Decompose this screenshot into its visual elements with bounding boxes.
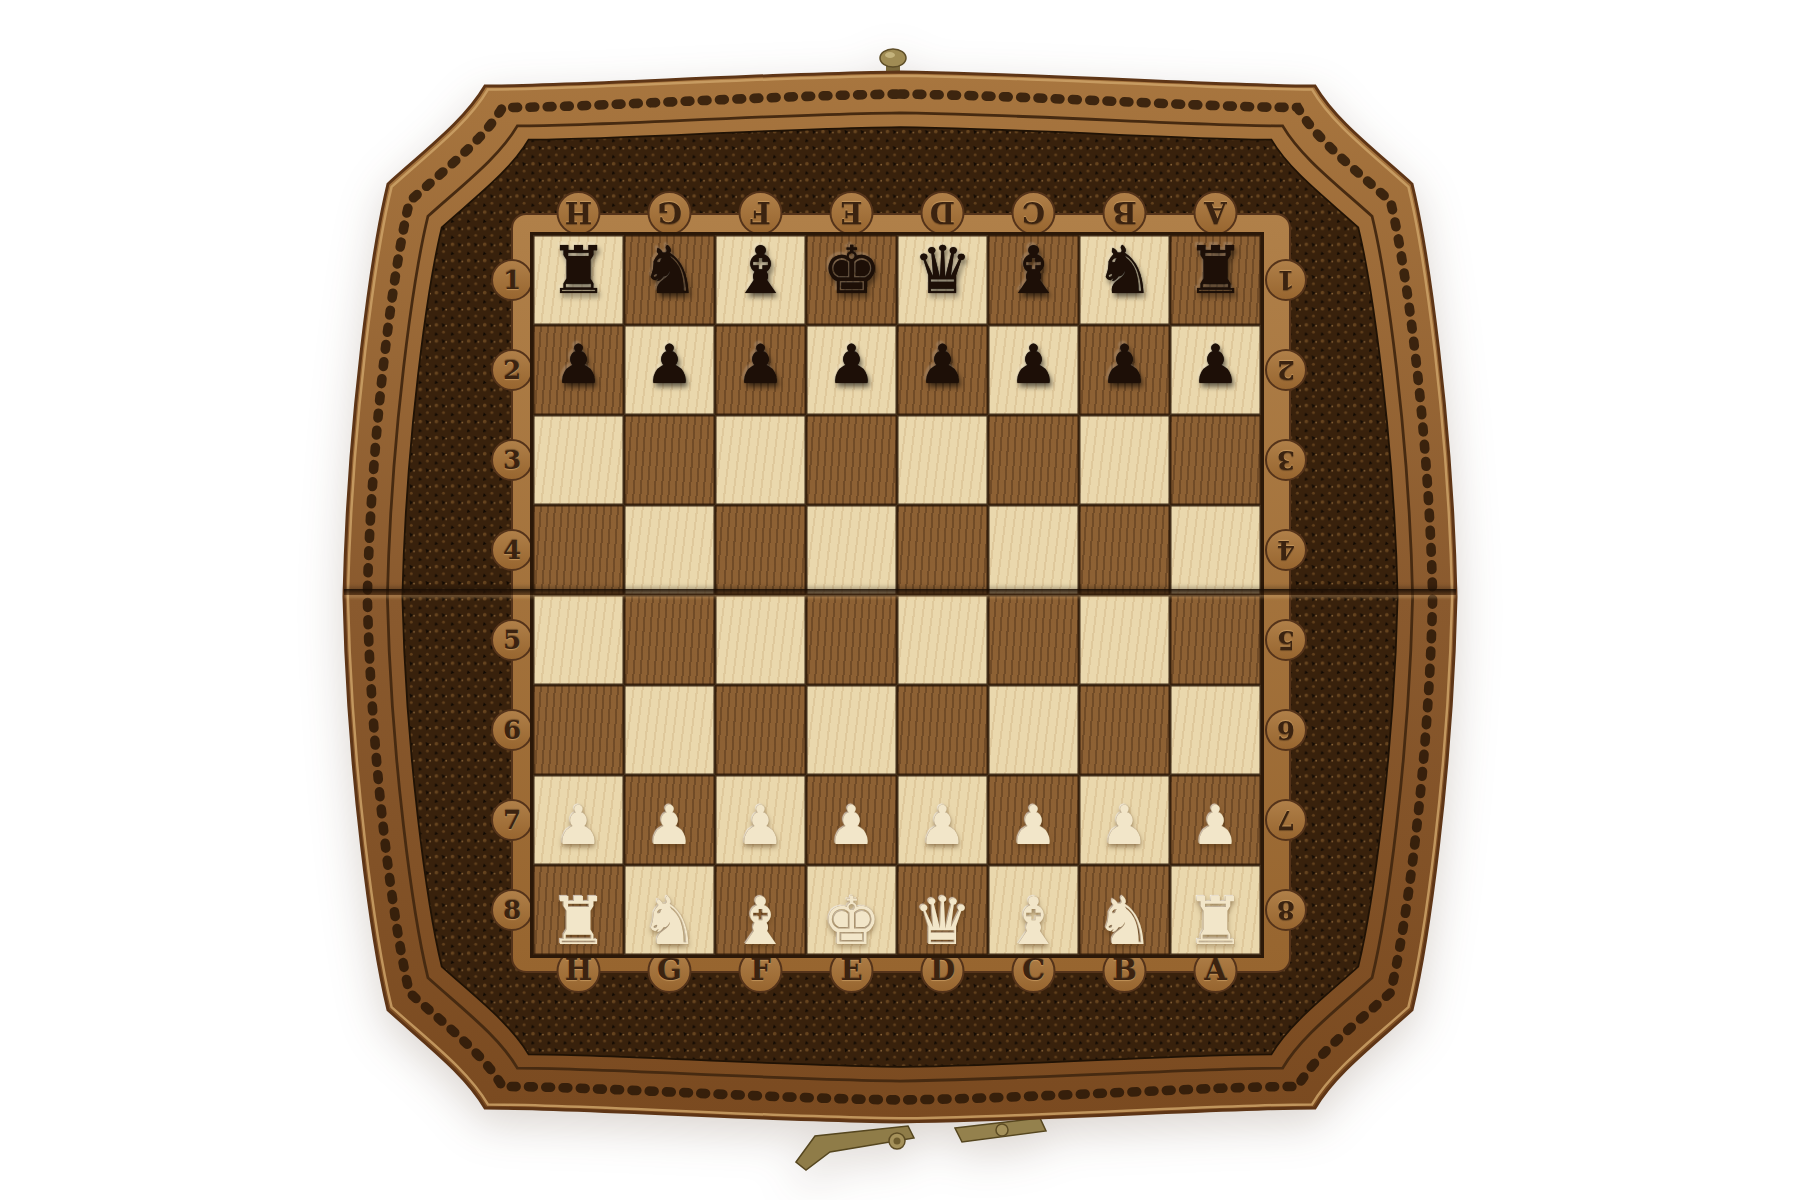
black-rook-a1[interactable]: ♜: [1186, 238, 1245, 304]
white-pawn-e7[interactable]: ♟: [827, 799, 875, 853]
square-e7[interactable]: ♟: [806, 775, 897, 865]
square-d2[interactable]: ♟: [897, 325, 988, 415]
square-h2[interactable]: ♟: [533, 325, 624, 415]
square-b1[interactable]: ♞: [1079, 235, 1170, 325]
white-pawn-c7[interactable]: ♟: [1009, 799, 1057, 853]
square-a6[interactable]: [1170, 685, 1261, 775]
square-b5[interactable]: [1079, 595, 1170, 685]
square-c8[interactable]: ♝: [988, 865, 1079, 955]
square-f8[interactable]: ♝: [715, 865, 806, 955]
square-h8[interactable]: ♜: [533, 865, 624, 955]
black-pawn-a2[interactable]: ♟: [1191, 338, 1239, 392]
square-g8[interactable]: ♞: [624, 865, 715, 955]
square-d4[interactable]: [897, 505, 988, 595]
label-notch: [492, 440, 532, 480]
label-notch: [1266, 710, 1306, 750]
white-rook-h8[interactable]: ♜: [549, 889, 608, 955]
square-a7[interactable]: ♟: [1170, 775, 1261, 865]
square-a2[interactable]: ♟: [1170, 325, 1261, 415]
square-e6[interactable]: [806, 685, 897, 775]
square-b3[interactable]: [1079, 415, 1170, 505]
label-notch: [1266, 440, 1306, 480]
square-b8[interactable]: ♞: [1079, 865, 1170, 955]
square-c6[interactable]: [988, 685, 1079, 775]
square-c4[interactable]: [988, 505, 1079, 595]
white-queen-d8[interactable]: ♛: [913, 889, 972, 955]
white-king-e8[interactable]: ♚: [822, 889, 881, 955]
square-h5[interactable]: [533, 595, 624, 685]
white-pawn-g7[interactable]: ♟: [645, 799, 693, 853]
square-h1[interactable]: ♜: [533, 235, 624, 325]
square-d6[interactable]: [897, 685, 988, 775]
label-notch: [492, 620, 532, 660]
label-notch: [1266, 890, 1306, 930]
square-e5[interactable]: [806, 595, 897, 685]
label-notch: [1266, 620, 1306, 660]
black-pawn-b2[interactable]: ♟: [1100, 338, 1148, 392]
square-g5[interactable]: [624, 595, 715, 685]
black-knight-b1[interactable]: ♞: [1095, 238, 1154, 304]
black-pawn-d2[interactable]: ♟: [918, 338, 966, 392]
square-e8[interactable]: ♚: [806, 865, 897, 955]
square-f5[interactable]: [715, 595, 806, 685]
label-notch: [492, 530, 532, 570]
black-rook-h1[interactable]: ♜: [549, 238, 608, 304]
square-a3[interactable]: [1170, 415, 1261, 505]
black-bishop-c1[interactable]: ♝: [1004, 238, 1063, 304]
black-pawn-e2[interactable]: ♟: [827, 338, 875, 392]
square-g3[interactable]: [624, 415, 715, 505]
square-d5[interactable]: [897, 595, 988, 685]
label-notch: [492, 800, 532, 840]
square-b2[interactable]: ♟: [1079, 325, 1170, 415]
square-f1[interactable]: ♝: [715, 235, 806, 325]
fold-seam: [344, 589, 1456, 595]
square-g2[interactable]: ♟: [624, 325, 715, 415]
square-f7[interactable]: ♟: [715, 775, 806, 865]
label-notch: [492, 260, 532, 300]
square-c2[interactable]: ♟: [988, 325, 1079, 415]
square-h6[interactable]: [533, 685, 624, 775]
label-notch: [1104, 192, 1146, 234]
square-e4[interactable]: [806, 505, 897, 595]
label-notch: [1266, 260, 1306, 300]
white-pawn-b7[interactable]: ♟: [1100, 799, 1148, 853]
square-d7[interactable]: ♟: [897, 775, 988, 865]
square-c1[interactable]: ♝: [988, 235, 1079, 325]
square-g1[interactable]: ♞: [624, 235, 715, 325]
square-g4[interactable]: [624, 505, 715, 595]
black-queen-d1[interactable]: ♛: [913, 238, 972, 304]
white-bishop-f8[interactable]: ♝: [731, 889, 790, 955]
black-pawn-h2[interactable]: ♟: [554, 338, 602, 392]
white-knight-g8[interactable]: ♞: [640, 889, 699, 955]
white-rook-a8[interactable]: ♜: [1186, 889, 1245, 955]
square-b7[interactable]: ♟: [1079, 775, 1170, 865]
black-bishop-f1[interactable]: ♝: [731, 238, 790, 304]
board-grid: ♜♞♝♚♛♝♞♜♟♟♟♟♟♟♟♟♟♟♟♟♟♟♟♟♜♞♝♚♛♝♞♜: [530, 232, 1264, 958]
square-f6[interactable]: [715, 685, 806, 775]
chess-box-photo: HGFEDCBA HGFEDCBA 12345678 12345678 ♜♞♝♚…: [0, 0, 1800, 1200]
square-e1[interactable]: ♚: [806, 235, 897, 325]
white-pawn-d7[interactable]: ♟: [918, 799, 966, 853]
label-notch: [922, 192, 964, 234]
square-h4[interactable]: [533, 505, 624, 595]
white-knight-b8[interactable]: ♞: [1095, 889, 1154, 955]
label-notch: [649, 192, 691, 234]
square-d3[interactable]: [897, 415, 988, 505]
square-e3[interactable]: [806, 415, 897, 505]
square-f4[interactable]: [715, 505, 806, 595]
square-a1[interactable]: ♜: [1170, 235, 1261, 325]
square-g6[interactable]: [624, 685, 715, 775]
black-knight-g1[interactable]: ♞: [640, 238, 699, 304]
square-e2[interactable]: ♟: [806, 325, 897, 415]
square-f2[interactable]: ♟: [715, 325, 806, 415]
label-notch: [1266, 350, 1306, 390]
label-notch: [1266, 530, 1306, 570]
label-notch: [492, 710, 532, 750]
label-notch: [831, 192, 873, 234]
white-pawn-h7[interactable]: ♟: [554, 799, 602, 853]
black-pawn-c2[interactable]: ♟: [1009, 338, 1057, 392]
square-b6[interactable]: [1079, 685, 1170, 775]
white-pawn-f7[interactable]: ♟: [736, 799, 784, 853]
label-notch: [558, 192, 600, 234]
label-notch: [740, 192, 782, 234]
square-c3[interactable]: [988, 415, 1079, 505]
black-king-e1[interactable]: ♚: [822, 238, 881, 304]
square-h7[interactable]: ♟: [533, 775, 624, 865]
square-f3[interactable]: [715, 415, 806, 505]
square-g7[interactable]: ♟: [624, 775, 715, 865]
square-b4[interactable]: [1079, 505, 1170, 595]
square-h3[interactable]: [533, 415, 624, 505]
label-notch: [1195, 192, 1237, 234]
black-pawn-g2[interactable]: ♟: [645, 338, 693, 392]
white-pawn-a7[interactable]: ♟: [1191, 799, 1239, 853]
square-d8[interactable]: ♛: [897, 865, 988, 955]
square-c5[interactable]: [988, 595, 1079, 685]
label-notch: [492, 890, 532, 930]
square-c7[interactable]: ♟: [988, 775, 1079, 865]
label-notch: [492, 350, 532, 390]
square-a4[interactable]: [1170, 505, 1261, 595]
black-pawn-f2[interactable]: ♟: [736, 338, 784, 392]
clasp-latch-icon: [796, 1118, 1046, 1170]
square-d1[interactable]: ♛: [897, 235, 988, 325]
square-a8[interactable]: ♜: [1170, 865, 1261, 955]
white-bishop-c8[interactable]: ♝: [1004, 889, 1063, 955]
square-a5[interactable]: [1170, 595, 1261, 685]
label-notch: [1266, 800, 1306, 840]
label-notch: [1013, 192, 1055, 234]
